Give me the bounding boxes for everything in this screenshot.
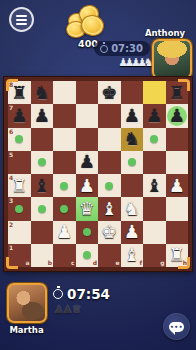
square-c5[interactable] (53, 151, 76, 174)
black-piece-g7: ♟ (146, 107, 162, 125)
player-captured-tray: ♟♟♛ (54, 303, 81, 316)
square-g1[interactable]: g (143, 244, 166, 267)
file-label: g (160, 260, 164, 266)
square-d2[interactable] (76, 221, 99, 244)
clock-icon (100, 45, 108, 53)
square-c3[interactable] (53, 197, 76, 220)
white-piece-f2: ♟ (124, 223, 140, 241)
square-f5[interactable] (121, 151, 144, 174)
board-corner-bracket (178, 79, 190, 91)
square-a2[interactable]: 2 (8, 221, 31, 244)
black-piece-f7: ♟ (124, 107, 140, 125)
legal-move-dot (105, 182, 113, 190)
square-h5[interactable] (166, 151, 189, 174)
square-b4[interactable]: ♝ (31, 174, 54, 197)
square-a5[interactable]: 5 (8, 151, 31, 174)
square-f1[interactable]: f♝ (121, 244, 144, 267)
square-c2[interactable]: ♟ (53, 221, 76, 244)
black-piece-h7: ♟ (169, 107, 185, 125)
opponent-name: Anthony (136, 28, 194, 38)
square-h2[interactable] (166, 221, 189, 244)
opponent-timer: 07:30 (94, 41, 150, 56)
rank-label: 2 (9, 222, 13, 228)
rank-label: 1 (9, 245, 13, 251)
square-e7[interactable] (98, 104, 121, 127)
opponent-captured-tray: ♟♟♟♟♞ (118, 56, 150, 69)
square-b7[interactable]: ♟ (31, 104, 54, 127)
rank-label: 6 (9, 129, 13, 135)
square-h6[interactable] (166, 128, 189, 151)
menu-button[interactable] (9, 7, 34, 32)
square-g5[interactable] (143, 151, 166, 174)
rank-label: 5 (9, 152, 13, 158)
board-corner-bracket (6, 79, 18, 91)
square-h7[interactable]: ♟ (166, 104, 189, 127)
legal-move-dot (60, 182, 68, 190)
chess-board: 8♜♞♚♜7♟♟♟♟♟6♞5♟4♜♝♟♝♟3♛♝♞2♟♚♟1abcdef♝gh♜ (4, 77, 192, 271)
rank-label: 3 (9, 198, 13, 204)
player-name: Martha (0, 325, 53, 335)
coins-icon (65, 4, 111, 36)
hamburger-icon (16, 15, 27, 17)
legal-move-dot (38, 205, 46, 213)
player-timer-value: 07:54 (67, 286, 110, 302)
square-a7[interactable]: 7♟ (8, 104, 31, 127)
opponent-timer-value: 07:30 (111, 43, 143, 54)
file-label: a (25, 260, 29, 266)
rank-label: 7 (9, 105, 13, 111)
white-piece-d4: ♟ (79, 177, 95, 195)
square-h3[interactable] (166, 197, 189, 220)
white-piece-e3: ♝ (101, 200, 117, 218)
white-piece-h4: ♟ (169, 177, 185, 195)
square-c1[interactable]: c (53, 244, 76, 267)
file-label: d (93, 260, 97, 266)
opponent-avatar[interactable] (152, 39, 192, 79)
white-piece-a4: ♜ (11, 177, 27, 195)
square-d7[interactable] (76, 104, 99, 127)
file-label: c (71, 260, 75, 266)
square-f8[interactable] (121, 81, 144, 104)
square-g3[interactable] (143, 197, 166, 220)
white-piece-e2: ♚ (101, 223, 117, 241)
square-f2[interactable]: ♟ (121, 221, 144, 244)
black-piece-b4: ♝ (34, 177, 50, 195)
board-grid: 8♜♞♚♜7♟♟♟♟♟6♞5♟4♜♝♟♝♟3♛♝♞2♟♚♟1abcdef♝gh♜ (8, 81, 188, 267)
white-piece-f1: ♝ (124, 246, 140, 264)
chat-button[interactable]: ••• (163, 313, 190, 340)
legal-move-dot (15, 205, 23, 213)
white-piece-d3: ♛ (79, 200, 95, 218)
square-a6[interactable]: 6 (8, 128, 31, 151)
chat-bubble-icon: ••• (169, 322, 184, 332)
square-g8[interactable] (143, 81, 166, 104)
square-b1[interactable]: b (31, 244, 54, 267)
black-piece-g4: ♝ (146, 177, 162, 195)
square-c6[interactable] (53, 128, 76, 151)
file-label: e (115, 260, 119, 266)
square-a3[interactable]: 3 (8, 197, 31, 220)
square-d5[interactable]: ♟ (76, 151, 99, 174)
square-c8[interactable] (53, 81, 76, 104)
chess-app-screen: 400 Anthony 07:30 ♟♟♟♟♞ 8♜♞♚♜7♟♟♟♟♟6♞5♟4… (0, 0, 196, 350)
rank-label: 4 (9, 175, 13, 181)
file-label: b (48, 260, 52, 266)
square-h4[interactable]: ♟ (166, 174, 189, 197)
legal-move-dot (15, 135, 23, 143)
square-b2[interactable] (31, 221, 54, 244)
square-e8[interactable]: ♚ (98, 81, 121, 104)
square-g4[interactable]: ♝ (143, 174, 166, 197)
square-f6[interactable]: ♞ (121, 128, 144, 151)
square-c7[interactable] (53, 104, 76, 127)
legal-move-dot (60, 205, 68, 213)
legal-move-dot (83, 251, 91, 259)
square-d1[interactable]: d (76, 244, 99, 267)
legal-move-dot (150, 135, 158, 143)
black-piece-e8: ♚ (101, 84, 117, 102)
square-c4[interactable] (53, 174, 76, 197)
board-corner-bracket (6, 257, 18, 269)
player-avatar[interactable] (7, 283, 47, 323)
clock-icon (53, 289, 63, 299)
player-timer: 07:54 (53, 286, 110, 302)
black-piece-d5: ♟ (79, 153, 95, 171)
square-e3[interactable]: ♝ (98, 197, 121, 220)
square-f3[interactable]: ♞ (121, 197, 144, 220)
square-d4[interactable]: ♟ (76, 174, 99, 197)
white-piece-f3: ♞ (124, 200, 140, 218)
black-piece-b8: ♞ (34, 84, 50, 102)
square-a4[interactable]: 4♜ (8, 174, 31, 197)
legal-move-dot (38, 158, 46, 166)
square-b3[interactable] (31, 197, 54, 220)
square-e6[interactable] (98, 128, 121, 151)
board-corner-bracket (178, 257, 190, 269)
square-d3[interactable]: ♛ (76, 197, 99, 220)
file-label: f (139, 260, 142, 266)
square-b8[interactable]: ♞ (31, 81, 54, 104)
square-g6[interactable] (143, 128, 166, 151)
square-f7[interactable]: ♟ (121, 104, 144, 127)
square-g7[interactable]: ♟ (143, 104, 166, 127)
square-d8[interactable] (76, 81, 99, 104)
square-e2[interactable]: ♚ (98, 221, 121, 244)
square-b5[interactable] (31, 151, 54, 174)
black-piece-a7: ♟ (11, 107, 27, 125)
white-piece-c2: ♟ (56, 223, 72, 241)
square-g2[interactable] (143, 221, 166, 244)
legal-move-dot (83, 228, 91, 236)
square-b6[interactable] (31, 128, 54, 151)
square-e5[interactable] (98, 151, 121, 174)
black-piece-f6: ♞ (124, 130, 140, 148)
square-e4[interactable] (98, 174, 121, 197)
square-f4[interactable] (121, 174, 144, 197)
square-d6[interactable] (76, 128, 99, 151)
black-piece-b7: ♟ (34, 107, 50, 125)
legal-move-dot (128, 158, 136, 166)
square-e1[interactable]: e (98, 244, 121, 267)
